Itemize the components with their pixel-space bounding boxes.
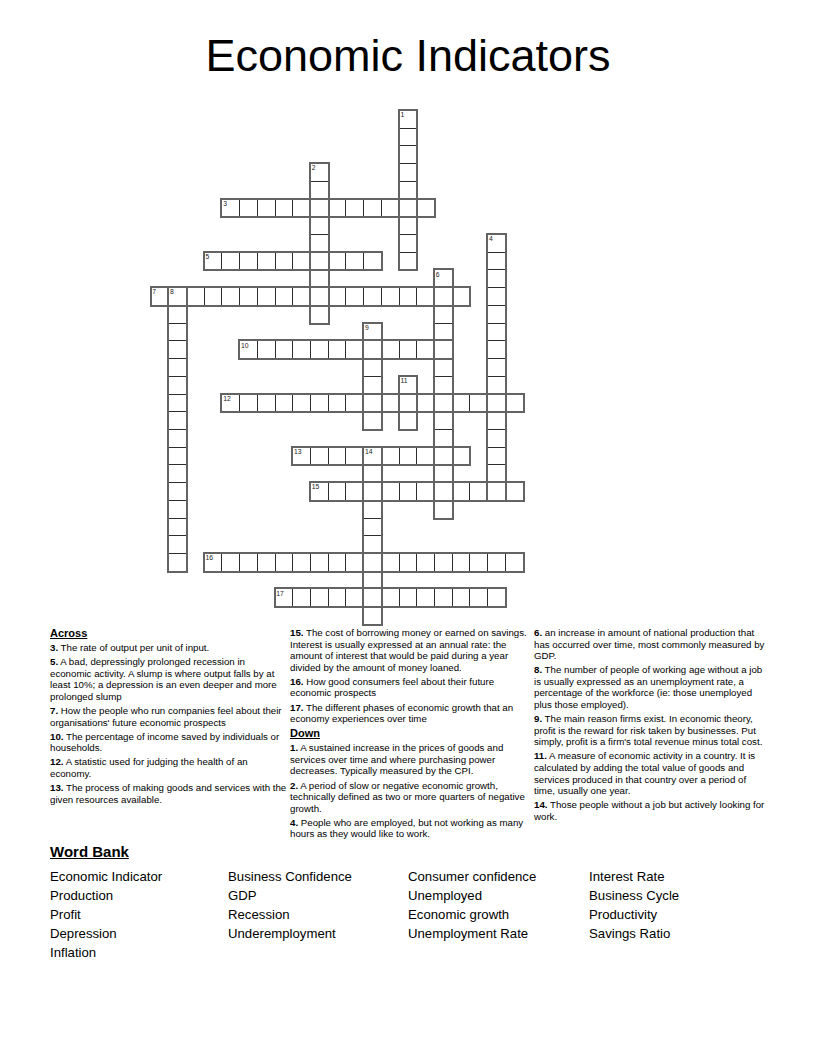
grid-cell-r21c1[interactable] (168, 482, 187, 501)
clue-15: 15. The cost of borrowing money or earne… (290, 627, 530, 673)
clue-5-number: 5. (50, 656, 58, 667)
grid-cell-r3c14[interactable] (399, 163, 418, 182)
cell-number-13: 13 (294, 448, 302, 455)
grid-cell-r19c14[interactable] (399, 447, 418, 466)
grid-cell-r16c15[interactable] (416, 394, 435, 413)
grid-cell-r5c15[interactable] (416, 199, 435, 218)
clue-column-middle: 15. The cost of borrowing money or earne… (290, 627, 530, 843)
grid-cell-r5c7[interactable] (275, 199, 294, 218)
grid-cell-r27c14[interactable] (399, 588, 418, 607)
grid-cell-r16c8[interactable] (292, 394, 311, 413)
clue-4: 4. People who are employed, but not work… (290, 817, 530, 840)
grid-cell-r19c17[interactable] (452, 447, 471, 466)
grid-cell-r13c6[interactable] (257, 340, 276, 359)
grid-cell-r10c17[interactable] (452, 287, 471, 306)
grid-cell-r16c1[interactable] (168, 394, 187, 413)
grid-cell-r27c12[interactable] (363, 588, 382, 607)
clue-17-number: 17. (290, 702, 303, 713)
grid-cell-r27c18[interactable] (469, 588, 488, 607)
grid-cell-r19c19[interactable] (487, 447, 506, 466)
grid-cell-r16c7[interactable] (275, 394, 294, 413)
cell-number-15: 15 (312, 483, 320, 490)
grid-cell-r16c14[interactable] (399, 394, 418, 413)
grid-cell-r21c11[interactable] (345, 482, 364, 501)
grid-cell-r8c9[interactable] (310, 252, 329, 271)
grid-cell-r8c10[interactable] (328, 252, 347, 271)
grid-cell-r11c9[interactable] (310, 305, 329, 324)
grid-cell-r10c4[interactable] (221, 287, 240, 306)
cell-number-17: 17 (276, 590, 284, 597)
cell-number-10: 10 (241, 342, 249, 349)
grid-cell-r25c5[interactable] (239, 553, 258, 572)
word-bank-item: Consumer confidence (408, 867, 536, 886)
grid-cell-r13c11[interactable] (345, 340, 364, 359)
grid-cell-r13c7[interactable] (275, 340, 294, 359)
grid-cell-r27c17[interactable] (452, 588, 471, 607)
clue-column-right: 6. an increase in amount of national pro… (534, 627, 766, 825)
grid-cell-r5c8[interactable] (292, 199, 311, 218)
grid-cell-r9c19[interactable] (487, 269, 506, 288)
word-bank-item: Depression (50, 924, 162, 943)
clue-9: 9. The main reason firms exist. In econo… (534, 713, 766, 748)
grid-cell-r21c20[interactable] (505, 482, 524, 501)
page-title: Economic Indicators (0, 33, 816, 78)
clue-2-number: 2. (290, 780, 298, 791)
grid-cell-r25c9[interactable] (310, 553, 329, 572)
grid-cell-r16c17[interactable] (452, 394, 471, 413)
grid-cell-r24c12[interactable] (363, 535, 382, 554)
word-bank-item: Savings Ratio (589, 924, 679, 943)
grid-cell-r19c11[interactable] (345, 447, 364, 466)
grid-cell-r25c19[interactable] (487, 553, 506, 572)
grid-cell-r25c17[interactable] (452, 553, 471, 572)
grid-cell-r13c16[interactable] (434, 340, 453, 359)
word-bank-item: Interest Rate (589, 867, 679, 886)
clue-4-number: 4. (290, 817, 298, 828)
grid-cell-r10c16[interactable] (434, 287, 453, 306)
grid-cell-r19c15[interactable] (416, 447, 435, 466)
cell-number-8: 8 (170, 288, 174, 295)
grid-cell-r25c15[interactable] (416, 553, 435, 572)
word-bank: Word Bank Economic IndicatorProductionPr… (50, 843, 790, 867)
grid-cell-r21c10[interactable] (328, 482, 347, 501)
clue-14: 14. Those people without a job but activ… (534, 799, 766, 822)
grid-cell-r5c5[interactable] (239, 199, 258, 218)
grid-cell-r21c12[interactable] (363, 482, 382, 501)
clue-8: 8. The number of people of working age w… (534, 664, 766, 710)
clue-13-number: 13. (50, 782, 63, 793)
grid-cell-r7c14[interactable] (399, 234, 418, 253)
cell-number-7: 7 (152, 288, 156, 295)
grid-cell-r16c18[interactable] (469, 394, 488, 413)
grid-cell-r8c8[interactable] (292, 252, 311, 271)
grid-cell-r13c1[interactable] (168, 340, 187, 359)
grid-cell-r11c19[interactable] (487, 305, 506, 324)
grid-cell-r16c19[interactable] (487, 394, 506, 413)
clues-header-down: Down (290, 727, 530, 740)
grid-cell-r15c12[interactable] (363, 376, 382, 395)
cell-number-1: 1 (400, 111, 404, 118)
grid-cell-r10c14[interactable] (399, 287, 418, 306)
clue-5: 5. A bad, depressingly prolonged recessi… (50, 656, 288, 702)
clue-1: 1. A sustained increase in the prices of… (290, 742, 530, 777)
grid-cell-r10c15[interactable] (416, 287, 435, 306)
grid-cell-r19c1[interactable] (168, 447, 187, 466)
grid-cell-r27c9[interactable] (310, 588, 329, 607)
grid-cell-r25c11[interactable] (345, 553, 364, 572)
grid-cell-r14c19[interactable] (487, 358, 506, 377)
word-bank-item: Business Cycle (589, 886, 679, 905)
grid-cell-r27c16[interactable] (434, 588, 453, 607)
grid-cell-r25c13[interactable] (381, 553, 400, 572)
grid-cell-r5c9[interactable] (310, 199, 329, 218)
word-bank-item: Unemployed (408, 886, 536, 905)
clue-12-number: 12. (50, 756, 63, 767)
grid-cell-r14c1[interactable] (168, 358, 187, 377)
word-bank-item: Unemployment Rate (408, 924, 536, 943)
grid-cell-r27c15[interactable] (416, 588, 435, 607)
word-bank-item: Productivity (589, 905, 679, 924)
grid-cell-r13c14[interactable] (399, 340, 418, 359)
grid-cell-r20c16[interactable] (434, 464, 453, 483)
clue-16-number: 16. (290, 676, 303, 687)
grid-cell-r21c18[interactable] (469, 482, 488, 501)
clue-16: 16. How good consumers feel about their … (290, 676, 530, 699)
grid-cell-r27c8[interactable] (292, 588, 311, 607)
grid-cell-r24c1[interactable] (168, 535, 187, 554)
grid-cell-r5c6[interactable] (257, 199, 276, 218)
grid-cell-r20c1[interactable] (168, 464, 187, 483)
clue-12: 12. A statistic used for judging the hea… (50, 756, 288, 779)
grid-cell-r5c12[interactable] (363, 199, 382, 218)
grid-cell-r19c10[interactable] (328, 447, 347, 466)
clue-17: 17. The different phases of economic gro… (290, 702, 530, 725)
clue-3-number: 3. (50, 642, 58, 653)
cell-number-4: 4 (489, 235, 493, 242)
grid-cell-r16c20[interactable] (505, 394, 524, 413)
grid-cell-r17c16[interactable] (434, 411, 453, 430)
clue-1-number: 1. (290, 742, 298, 753)
grid-cell-r17c1[interactable] (168, 411, 187, 430)
clue-6: 6. an increase in amount of national pro… (534, 627, 766, 662)
grid-cell-r25c12[interactable] (363, 553, 382, 572)
clue-2: 2. A period of slow or negative economic… (290, 780, 530, 815)
grid-cell-r10c10[interactable] (328, 287, 347, 306)
grid-cell-r10c6[interactable] (257, 287, 276, 306)
grid-cell-r13c12[interactable] (363, 340, 382, 359)
grid-cell-r27c13[interactable] (381, 588, 400, 607)
cell-number-9: 9 (365, 324, 369, 331)
word-bank-column-4: Interest RateBusiness CycleProductivityS… (589, 867, 679, 943)
clue-11-number: 11. (534, 750, 547, 761)
grid-cell-r25c7[interactable] (275, 553, 294, 572)
grid-cell-r8c19[interactable] (487, 252, 506, 271)
grid-cell-r13c19[interactable] (487, 340, 506, 359)
clues-header-across: Across (50, 627, 288, 640)
grid-cell-r5c14[interactable] (399, 199, 418, 218)
grid-cell-r4c9[interactable] (310, 181, 329, 200)
word-bank-column-1: Economic IndicatorProductionProfitDepres… (50, 867, 162, 962)
clue-7-number: 7. (50, 705, 58, 716)
cell-number-14: 14 (365, 448, 373, 455)
grid-cell-r7c9[interactable] (310, 234, 329, 253)
grid-cell-r17c19[interactable] (487, 411, 506, 430)
cell-number-2: 2 (312, 164, 316, 171)
clue-13: 13. The process of making goods and serv… (50, 782, 288, 805)
grid-cell-r8c5[interactable] (239, 252, 258, 271)
grid-cell-r14c12[interactable] (363, 358, 382, 377)
grid-cell-r8c12[interactable] (363, 252, 382, 271)
grid-cell-r14c16[interactable] (434, 358, 453, 377)
grid-cell-r21c16[interactable] (434, 482, 453, 501)
grid-cell-r12c19[interactable] (487, 323, 506, 342)
grid-cell-r4c14[interactable] (399, 181, 418, 200)
word-bank-column-3: Consumer confidenceUnemployedEconomic gr… (408, 867, 536, 943)
grid-cell-r13c13[interactable] (381, 340, 400, 359)
word-bank-column-2: Business ConfidenceGDPRecessionUnderempl… (228, 867, 352, 943)
grid-cell-r21c14[interactable] (399, 482, 418, 501)
grid-cell-r5c11[interactable] (345, 199, 364, 218)
clue-15-number: 15. (290, 627, 303, 638)
grid-cell-r25c1[interactable] (168, 553, 187, 572)
clue-11: 11. A measure of economic activity in a … (534, 750, 766, 796)
grid-cell-r10c3[interactable] (204, 287, 223, 306)
clue-9-number: 9. (534, 713, 542, 724)
grid-cell-r19c16[interactable] (434, 447, 453, 466)
word-bank-item: Inflation (50, 943, 162, 962)
cell-number-3: 3 (223, 200, 227, 207)
clue-7: 7. How the people who run companies feel… (50, 705, 288, 728)
grid-cell-r10c8[interactable] (292, 287, 311, 306)
grid-cell-r10c12[interactable] (363, 287, 382, 306)
grid-cell-r25c16[interactable] (434, 553, 453, 572)
grid-cell-r21c19[interactable] (487, 482, 506, 501)
grid-cell-r16c12[interactable] (363, 394, 382, 413)
grid-cell-r10c7[interactable] (275, 287, 294, 306)
cell-number-6: 6 (436, 271, 440, 278)
grid-cell-r8c7[interactable] (275, 252, 294, 271)
grid-cell-r18c16[interactable] (434, 429, 453, 448)
grid-cell-r12c16[interactable] (434, 323, 453, 342)
grid-cell-r10c11[interactable] (345, 287, 364, 306)
grid-cell-r25c4[interactable] (221, 553, 240, 572)
grid-cell-r10c19[interactable] (487, 287, 506, 306)
grid-cell-r13c10[interactable] (328, 340, 347, 359)
clue-10-number: 10. (50, 731, 63, 742)
grid-cell-r5c13[interactable] (381, 199, 400, 218)
grid-cell-r17c12[interactable] (363, 411, 382, 430)
grid-cell-r6c14[interactable] (399, 216, 418, 235)
cell-number-16: 16 (205, 554, 213, 561)
grid-cell-r25c10[interactable] (328, 553, 347, 572)
grid-cell-r1c14[interactable] (399, 128, 418, 147)
crossword-worksheet-page: Economic Indicators 12345678910111213141… (0, 0, 816, 1056)
grid-cell-r5c10[interactable] (328, 199, 347, 218)
grid-cell-r25c18[interactable] (469, 553, 488, 572)
grid-cell-r16c16[interactable] (434, 394, 453, 413)
grid-cell-r21c15[interactable] (416, 482, 435, 501)
word-bank-item: Economic growth (408, 905, 536, 924)
grid-cell-r2c14[interactable] (399, 145, 418, 164)
grid-cell-r20c12[interactable] (363, 464, 382, 483)
grid-cell-r6c9[interactable] (310, 216, 329, 235)
grid-cell-r13c9[interactable] (310, 340, 329, 359)
grid-cell-r19c9[interactable] (310, 447, 329, 466)
grid-cell-r25c14[interactable] (399, 553, 418, 572)
grid-cell-r16c13[interactable] (381, 394, 400, 413)
cell-number-5: 5 (205, 253, 209, 260)
cell-number-12: 12 (223, 395, 231, 402)
word-bank-item: Underemployment (228, 924, 352, 943)
grid-cell-r20c19[interactable] (487, 464, 506, 483)
word-bank-item: Profit (50, 905, 162, 924)
grid-cell-r25c20[interactable] (505, 553, 524, 572)
word-bank-item: Business Confidence (228, 867, 352, 886)
grid-cell-r22c16[interactable] (434, 500, 453, 519)
grid-cell-r25c6[interactable] (257, 553, 276, 572)
grid-cell-r10c13[interactable] (381, 287, 400, 306)
grid-cell-r22c1[interactable] (168, 500, 187, 519)
grid-cell-r23c12[interactable] (363, 518, 382, 537)
grid-cell-r10c2[interactable] (186, 287, 205, 306)
grid-cell-r15c19[interactable] (487, 376, 506, 395)
grid-cell-r26c12[interactable] (363, 571, 382, 590)
grid-cell-r10c5[interactable] (239, 287, 258, 306)
grid-cell-r8c6[interactable] (257, 252, 276, 271)
grid-cell-r9c9[interactable] (310, 269, 329, 288)
grid-cell-r8c14[interactable] (399, 252, 418, 271)
grid-cell-r28c12[interactable] (363, 606, 382, 625)
grid-cell-r10c9[interactable] (310, 287, 329, 306)
grid-cell-r12c1[interactable] (168, 323, 187, 342)
grid-cell-r13c15[interactable] (416, 340, 435, 359)
grid-cell-r21c17[interactable] (452, 482, 471, 501)
grid-cell-r11c1[interactable] (168, 305, 187, 324)
grid-cell-r25c8[interactable] (292, 553, 311, 572)
clue-column-left: Across3. The rate of output per unit of … (50, 627, 288, 808)
grid-cell-r19c13[interactable] (381, 447, 400, 466)
clue-10: 10. The percentage of income saved by in… (50, 731, 288, 754)
grid-cell-r27c10[interactable] (328, 588, 347, 607)
grid-cell-r27c11[interactable] (345, 588, 364, 607)
crossword-grid: 1234567891011121314151617 (151, 110, 524, 624)
grid-cell-r8c11[interactable] (345, 252, 364, 271)
grid-cell-r16c11[interactable] (345, 394, 364, 413)
word-bank-item: Recession (228, 905, 352, 924)
grid-cell-r27c19[interactable] (487, 588, 506, 607)
word-bank-item: GDP (228, 886, 352, 905)
word-bank-item: Economic Indicator (50, 867, 162, 886)
clue-6-number: 6. (534, 627, 542, 638)
word-bank-item: Production (50, 886, 162, 905)
grid-cell-r16c10[interactable] (328, 394, 347, 413)
word-bank-header: Word Bank (50, 843, 790, 860)
grid-cell-r21c13[interactable] (381, 482, 400, 501)
grid-cell-r23c1[interactable] (168, 518, 187, 537)
grid-cell-r13c8[interactable] (292, 340, 311, 359)
clue-14-number: 14. (534, 799, 547, 810)
grid-cell-r15c1[interactable] (168, 376, 187, 395)
grid-cell-r8c4[interactable] (221, 252, 240, 271)
clue-3: 3. The rate of output per unit of input. (50, 642, 288, 654)
grid-cell-r16c9[interactable] (310, 394, 329, 413)
grid-cell-r22c12[interactable] (363, 500, 382, 519)
grid-cell-r16c5[interactable] (239, 394, 258, 413)
grid-cell-r18c19[interactable] (487, 429, 506, 448)
grid-cell-r18c1[interactable] (168, 429, 187, 448)
grid-cell-r17c14[interactable] (399, 411, 418, 430)
grid-cell-r15c16[interactable] (434, 376, 453, 395)
grid-cell-r16c6[interactable] (257, 394, 276, 413)
clue-8-number: 8. (534, 664, 542, 675)
grid-cell-r11c16[interactable] (434, 305, 453, 324)
cell-number-11: 11 (400, 377, 407, 384)
